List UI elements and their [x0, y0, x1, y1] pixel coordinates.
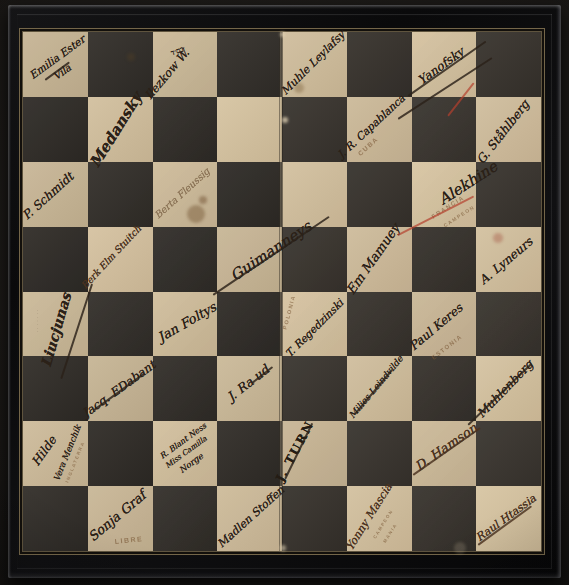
square-d6 — [217, 162, 282, 227]
square-f2 — [347, 421, 412, 486]
square-f1 — [347, 486, 412, 551]
square-f4 — [347, 292, 412, 357]
square-g8 — [412, 32, 477, 97]
square-c7 — [153, 97, 218, 162]
square-a7 — [23, 97, 88, 162]
square-g3 — [412, 356, 477, 421]
square-a8 — [23, 32, 88, 97]
square-e8 — [282, 32, 347, 97]
square-h5 — [476, 227, 541, 292]
square-e7 — [282, 97, 347, 162]
square-c8 — [153, 32, 218, 97]
square-f5 — [347, 227, 412, 292]
square-f7 — [347, 97, 412, 162]
square-b6 — [88, 162, 153, 227]
square-a4 — [23, 292, 88, 357]
square-c5 — [153, 227, 218, 292]
square-d5 — [217, 227, 282, 292]
square-f6 — [347, 162, 412, 227]
board — [23, 32, 541, 551]
square-e1 — [282, 486, 347, 551]
square-a1 — [23, 486, 88, 551]
square-e5 — [282, 227, 347, 292]
square-a6 — [23, 162, 88, 227]
square-d2 — [217, 421, 282, 486]
square-c1 — [153, 486, 218, 551]
square-b5 — [88, 227, 153, 292]
square-b7 — [88, 97, 153, 162]
square-b4 — [88, 292, 153, 357]
square-d3 — [217, 356, 282, 421]
square-h6 — [476, 162, 541, 227]
square-a2 — [23, 421, 88, 486]
square-d8 — [217, 32, 282, 97]
square-d7 — [217, 97, 282, 162]
square-c3 — [153, 356, 218, 421]
square-c2 — [153, 421, 218, 486]
square-f3 — [347, 356, 412, 421]
square-b8 — [88, 32, 153, 97]
square-d1 — [217, 486, 282, 551]
square-h2 — [476, 421, 541, 486]
square-g7 — [412, 97, 477, 162]
square-e2 — [282, 421, 347, 486]
square-c4 — [153, 292, 218, 357]
square-e4 — [282, 292, 347, 357]
square-h3 — [476, 356, 541, 421]
square-b2 — [88, 421, 153, 486]
square-h7 — [476, 97, 541, 162]
square-h4 — [476, 292, 541, 357]
square-g4 — [412, 292, 477, 357]
square-b1 — [88, 486, 153, 551]
square-g5 — [412, 227, 477, 292]
square-g6 — [412, 162, 477, 227]
square-a5 — [23, 227, 88, 292]
square-h1 — [476, 486, 541, 551]
square-g1 — [412, 486, 477, 551]
square-a3 — [23, 356, 88, 421]
square-f8 — [347, 32, 412, 97]
square-d4 — [217, 292, 282, 357]
square-h8 — [476, 32, 541, 97]
square-c6 — [153, 162, 218, 227]
photo: Emilia EsterVilaבס׳דIlezkow W.Muhle Leyl… — [0, 0, 569, 585]
square-e3 — [282, 356, 347, 421]
square-e6 — [282, 162, 347, 227]
square-b3 — [88, 356, 153, 421]
square-g2 — [412, 421, 477, 486]
